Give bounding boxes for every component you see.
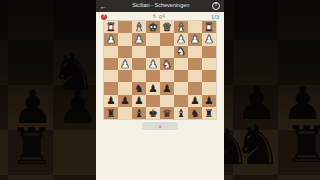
square[interactable]: [202, 58, 216, 70]
square[interactable]: [146, 33, 160, 45]
top-bar: ← Sicilian - Scheveningen ?: [96, 0, 224, 12]
piece-wP[interactable]: ♟: [120, 58, 129, 69]
square[interactable]: [118, 107, 132, 119]
square[interactable]: ♚: [146, 21, 160, 33]
piece-wR[interactable]: ♜: [204, 21, 213, 32]
piece-bQ[interactable]: ♛: [162, 107, 171, 118]
move-header: ? 6. g4 1/3: [96, 12, 224, 21]
piece-bK[interactable]: ♚: [148, 107, 157, 118]
square[interactable]: [174, 58, 188, 70]
square[interactable]: [118, 46, 132, 58]
square[interactable]: [160, 33, 174, 45]
piece-bP[interactable]: ♟: [134, 95, 143, 106]
square[interactable]: [160, 95, 174, 107]
square[interactable]: [118, 21, 132, 33]
square[interactable]: ♟: [118, 58, 132, 70]
back-arrow-icon[interactable]: ←: [100, 3, 110, 10]
square[interactable]: ♛: [160, 21, 174, 33]
piece-wK[interactable]: ♚: [148, 21, 157, 32]
square[interactable]: [132, 46, 146, 58]
piece-wB[interactable]: ♝: [176, 21, 185, 32]
piece-wN[interactable]: ♞: [162, 58, 171, 69]
square[interactable]: ♟: [104, 33, 118, 45]
piece-wN[interactable]: ♞: [176, 46, 185, 57]
square[interactable]: ♟: [188, 33, 202, 45]
square[interactable]: [188, 46, 202, 58]
piece-wP[interactable]: ♟: [204, 34, 213, 45]
piece-bN[interactable]: ♞: [134, 83, 143, 94]
square[interactable]: ♟: [118, 95, 132, 107]
piece-bP[interactable]: ♟: [106, 95, 115, 106]
square[interactable]: [146, 46, 160, 58]
square[interactable]: ♝: [174, 21, 188, 33]
square[interactable]: ♟: [202, 95, 216, 107]
piece-bP[interactable]: ♟: [120, 95, 129, 106]
piece-wP[interactable]: ♟: [190, 34, 199, 45]
square[interactable]: [174, 82, 188, 94]
next-arrow-icon: ›: [159, 123, 161, 129]
square[interactable]: ♟: [202, 33, 216, 45]
square[interactable]: ♟: [132, 33, 146, 45]
progress-counter: 1/3: [211, 14, 219, 20]
piece-wP[interactable]: ♟: [106, 34, 115, 45]
square[interactable]: [188, 70, 202, 82]
piece-bR[interactable]: ♜: [106, 107, 115, 118]
square[interactable]: [146, 95, 160, 107]
piece-wB[interactable]: ♝: [134, 21, 143, 32]
square[interactable]: ♟: [188, 95, 202, 107]
square[interactable]: [188, 58, 202, 70]
piece-bP[interactable]: ♟: [190, 95, 199, 106]
square[interactable]: ♞: [160, 58, 174, 70]
square[interactable]: [132, 58, 146, 70]
square[interactable]: [146, 70, 160, 82]
square[interactable]: ♞: [174, 46, 188, 58]
square[interactable]: [118, 70, 132, 82]
piece-wP[interactable]: ♟: [134, 34, 143, 45]
piece-bP[interactable]: ♟: [162, 83, 171, 94]
square[interactable]: [202, 82, 216, 94]
next-button[interactable]: ›: [142, 122, 178, 130]
help-question-icon[interactable]: ?: [212, 2, 221, 11]
square[interactable]: ♞: [132, 82, 146, 94]
square[interactable]: ♜: [104, 21, 118, 33]
opening-title: Sicilian - Scheveningen: [110, 3, 212, 9]
square[interactable]: [132, 70, 146, 82]
square[interactable]: ♚: [146, 107, 160, 119]
square[interactable]: ♞: [188, 107, 202, 119]
square[interactable]: [160, 46, 174, 58]
piece-bP[interactable]: ♟: [204, 95, 213, 106]
square[interactable]: [202, 46, 216, 58]
square[interactable]: ♟: [132, 95, 146, 107]
square[interactable]: [174, 95, 188, 107]
square[interactable]: [174, 70, 188, 82]
square[interactable]: [104, 70, 118, 82]
piece-wP[interactable]: ♟: [176, 34, 185, 45]
square[interactable]: ♝: [132, 107, 146, 119]
square[interactable]: [104, 46, 118, 58]
square[interactable]: ♜: [202, 21, 216, 33]
square[interactable]: [104, 58, 118, 70]
piece-bP[interactable]: ♟: [148, 83, 157, 94]
square[interactable]: ♟: [104, 95, 118, 107]
square[interactable]: ♝: [132, 21, 146, 33]
piece-wP[interactable]: ♟: [148, 58, 157, 69]
square[interactable]: [160, 70, 174, 82]
square[interactable]: [118, 33, 132, 45]
square[interactable]: [104, 82, 118, 94]
app-window: ← Sicilian - Scheveningen ? ? 6. g4 1/3 …: [96, 0, 224, 180]
piece-bR[interactable]: ♜: [204, 107, 213, 118]
square[interactable]: ♛: [160, 107, 174, 119]
piece-wR[interactable]: ♜: [106, 21, 115, 32]
piece-bB[interactable]: ♝: [176, 107, 185, 118]
square[interactable]: ♟: [160, 82, 174, 94]
piece-bN[interactable]: ♞: [190, 107, 199, 118]
square[interactable]: ♟: [174, 33, 188, 45]
current-move-label: 6. g4: [107, 14, 211, 20]
piece-bB[interactable]: ♝: [134, 107, 143, 118]
chess-board[interactable]: ♜♝♚♛♝♜♟♟♟♟♟♞♟♟♞♞♟♟♟♟♟♟♟♜♝♚♛♝♞♜: [104, 21, 216, 119]
square[interactable]: [188, 21, 202, 33]
square[interactable]: ♜: [104, 107, 118, 119]
square[interactable]: ♝: [174, 107, 188, 119]
square[interactable]: ♟: [146, 58, 160, 70]
piece-wQ[interactable]: ♛: [162, 21, 171, 32]
square[interactable]: [118, 82, 132, 94]
square[interactable]: [202, 70, 216, 82]
square[interactable]: ♟: [146, 82, 160, 94]
square[interactable]: ♜: [202, 107, 216, 119]
square[interactable]: [188, 82, 202, 94]
